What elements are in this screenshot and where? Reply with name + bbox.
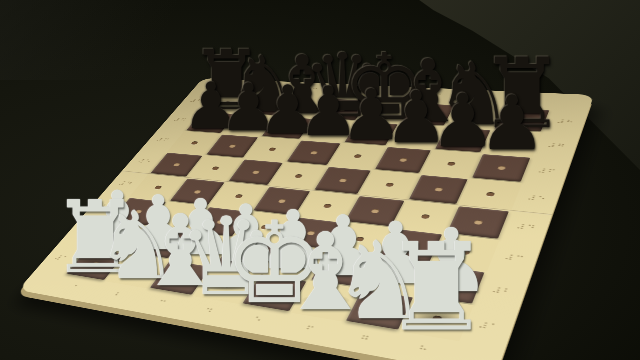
braille-rank-8-right: ⠼⠓	[555, 119, 575, 125]
braille-rank-6-right: ⠼⠋	[536, 168, 557, 175]
braille-rank-2-right: ⠼⠃	[490, 286, 514, 296]
braille-rank-1-right: ⠼⠁	[476, 321, 501, 333]
braille-file-b-top: ⠃	[272, 86, 282, 90]
braille-file-h-bottom: ⠓	[416, 345, 430, 355]
braille-file-g-bottom: ⠛	[358, 335, 372, 345]
braille-rank-2-left: ⠼⠃	[75, 228, 93, 235]
braille-file-f-bottom: ⠋	[303, 325, 317, 334]
square-h7	[482, 129, 543, 157]
braille-rank-3-left: ⠼⠉	[96, 204, 114, 211]
braille-file-c-bottom: ⠉	[155, 299, 168, 307]
braille-rank-3-right: ⠼⠉	[503, 253, 526, 263]
braille-file-d-bottom: ⠙	[202, 307, 215, 316]
table-edge-highlight	[0, 0, 220, 80]
braille-rank-7-left: ⠼⠛	[172, 117, 188, 122]
braille-file-c-top: ⠉	[309, 88, 319, 93]
braille-rank-6-left: ⠼⠋	[154, 137, 171, 143]
braille-rank-7-right: ⠼⠛	[546, 143, 567, 150]
braille-rank-4-left: ⠼⠙	[117, 180, 134, 186]
square-h8	[492, 107, 551, 133]
braille-file-b-bottom: ⠃	[111, 292, 124, 300]
braille-file-g-top: ⠛	[478, 95, 488, 100]
braille-rank-5-left: ⠼⠑	[136, 158, 153, 164]
braille-file-d-top: ⠙	[349, 90, 359, 95]
braille-rank-4-right: ⠼⠙	[515, 223, 538, 232]
braille-file-e-top: ⠑	[390, 91, 400, 96]
scene-tactile-chess-photo: ⠁⠁⠃⠃⠉⠉⠙⠙⠑⠑⠋⠋⠛⠛⠓⠓⠼⠓⠼⠓⠼⠛⠼⠛⠼⠋⠼⠋⠼⠑⠼⠑⠼⠙⠼⠙⠼⠉⠼⠉…	[0, 0, 640, 360]
braille-file-f-top: ⠋	[433, 93, 443, 98]
braille-rank-1-left: ⠼⠁	[52, 254, 71, 262]
braille-file-e-bottom: ⠑	[251, 316, 264, 325]
braille-file-a-bottom: ⠁	[69, 284, 81, 292]
braille-file-h-top: ⠓	[525, 98, 536, 103]
braille-rank-5-right: ⠼⠑	[526, 194, 548, 202]
braille-file-a-top: ⠁	[235, 84, 245, 88]
braille-rank-8-left: ⠼⠓	[188, 98, 204, 103]
